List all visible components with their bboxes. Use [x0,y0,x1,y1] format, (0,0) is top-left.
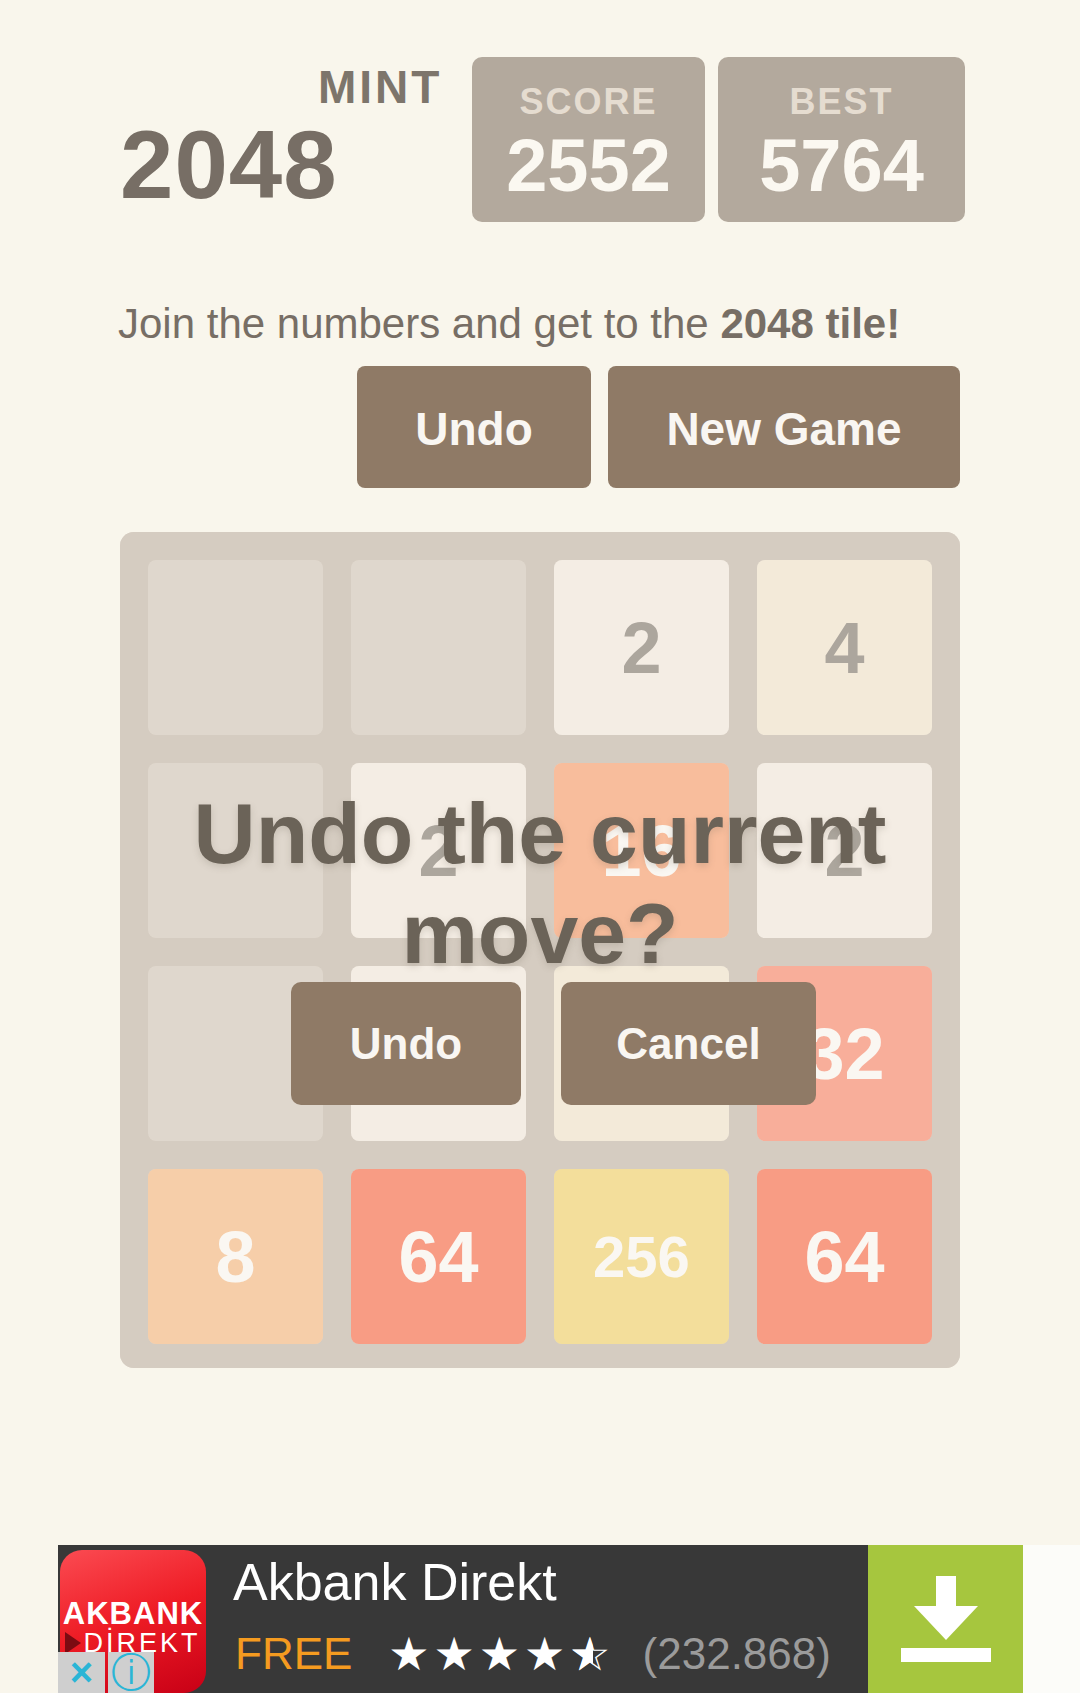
best-value: 5764 [718,129,965,203]
undo-button-label: Undo [357,366,591,456]
close-icon: × [70,1650,93,1693]
new-game-button[interactable]: New Game [608,366,960,488]
ad-info-button[interactable]: ⓘ [108,1652,154,1693]
dialog-title: Undo the current move? [120,784,960,984]
score-value: 2552 [472,129,705,203]
ad-review-count: (232.868) [643,1629,831,1679]
full-stars: ★★★★ [388,1628,569,1680]
rating-stars-icon: ★★★★☆★ [388,1631,614,1677]
download-icon [901,1576,991,1662]
score-box: SCORE 2552 [472,57,705,222]
dialog-cancel-label: Cancel [616,1019,760,1069]
variant-label: MINT [318,60,442,114]
undo-button[interactable]: Undo [357,366,591,488]
ad-close-button[interactable]: × [58,1652,105,1693]
half-star-icon: ☆★ [569,1631,614,1677]
best-label: BEST [718,81,965,123]
instruction-text: Join the numbers and get to the 2048 til… [118,300,900,348]
screen: 2048 MINT SCORE 2552 BEST 5764 Join the … [0,0,1080,1693]
app-title: 2048 [120,110,338,220]
instruction-goal: 2048 tile! [720,300,900,347]
ad-download-button[interactable] [868,1545,1023,1693]
ad-meta-row: FREE ★★★★☆★ (232.868) [235,1628,831,1680]
best-box: BEST 5764 [718,57,965,222]
dialog-title-line2: move? [120,884,960,984]
new-game-button-label: New Game [608,366,960,456]
ad-price: FREE [235,1629,352,1679]
banner-right-spacer [1023,1545,1080,1693]
dialog-undo-button[interactable]: Undo [291,982,521,1105]
game-board[interactable]: 242162243286425664 Undo the current move… [120,532,960,1368]
dialog-title-line1: Undo the current [120,784,960,884]
dialog-cancel-button[interactable]: Cancel [561,982,816,1105]
ad-icon-brand: AKBANK [60,1596,206,1632]
dialog-undo-label: Undo [350,1019,462,1069]
ad-app-name: Akbank Direkt [233,1552,557,1612]
info-icon: ⓘ [111,1645,151,1693]
score-label: SCORE [472,81,705,123]
